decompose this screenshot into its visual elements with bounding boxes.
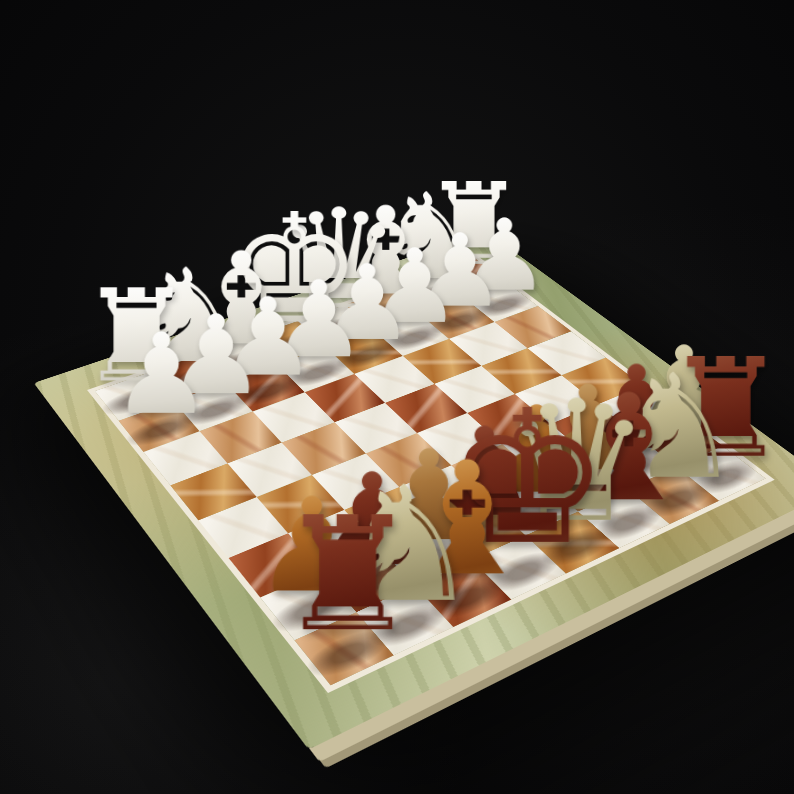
square-h2: ♟ bbox=[119, 401, 200, 452]
photo-canvas: { "meta": { "scene": "Overhead-angle pho… bbox=[0, 0, 794, 794]
chess-board: ♜♞♝♚♛♝♞♜♟♟♟♟♟♟♟♟♟♟♟♟♟♟♟♟♜♞♝♚♛♝♞♜ bbox=[87, 256, 775, 693]
white-pawn-h2: ♟ bbox=[92, 318, 232, 430]
board-frame: ♜♞♝♚♛♝♞♜♟♟♟♟♟♟♟♟♟♟♟♟♟♟♟♟♜♞♝♚♛♝♞♜ bbox=[34, 231, 794, 749]
square-h8: ♜ bbox=[294, 612, 393, 685]
black-rook-h8: ♜ bbox=[264, 495, 432, 653]
product-photo-chess-set: ♜♞♝♚♛♝♞♜♟♟♟♟♟♟♟♟♟♟♟♟♟♟♟♟♜♞♝♚♛♝♞♜ bbox=[0, 0, 794, 794]
board-3d-wrapper: ♜♞♝♚♛♝♞♜♟♟♟♟♟♟♟♟♟♟♟♟♟♟♟♟♜♞♝♚♛♝♞♜ bbox=[34, 231, 794, 749]
